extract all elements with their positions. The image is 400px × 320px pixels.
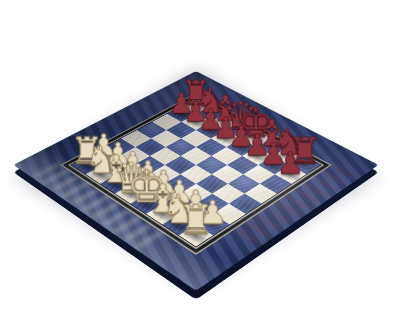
board-surface: ♜♜♞♞♝♝♛♛♚♚♝♝♞♞♜♜♟♟♟♟♟♟♟♟♟♟♟♟♟♟♟♟♟♟♟♟♟♟♟♟… (14, 71, 379, 291)
piece-white-rook-h1[interactable]: ♜ (178, 202, 214, 239)
anchor-h7: ♟♟ (275, 165, 307, 184)
anchor-h1: ♜♜ (179, 224, 213, 246)
piece-reflection: ♜ (178, 234, 214, 271)
piece-black-pawn-h7[interactable]: ♟ (277, 149, 304, 177)
photo-stage: ♜♜♞♞♝♝♛♛♚♚♝♝♞♞♜♜♟♟♟♟♟♟♟♟♟♟♟♟♟♟♟♟♟♟♟♟♟♟♟♟… (0, 0, 400, 320)
photo-scene: ♜♜♞♞♝♝♛♛♚♚♝♝♞♞♜♜♟♟♟♟♟♟♟♟♟♟♟♟♟♟♟♟♟♟♟♟♟♟♟♟… (0, 0, 400, 320)
chess-board: ♜♜♞♞♝♝♛♛♚♚♝♝♞♞♜♜♟♟♟♟♟♟♟♟♟♟♟♟♟♟♟♟♟♟♟♟♟♟♟♟… (14, 71, 379, 291)
